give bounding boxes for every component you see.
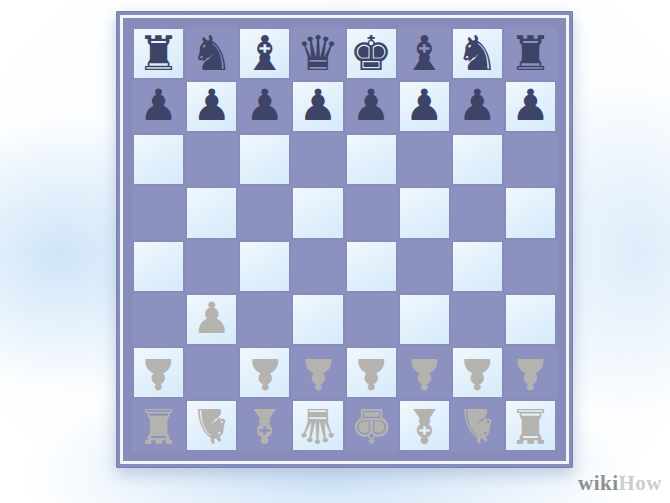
square-h1[interactable]: ♜ <box>504 399 557 452</box>
square-e6[interactable] <box>345 133 398 186</box>
piece-white-pawn: ♟ <box>139 352 178 395</box>
square-f1[interactable]: ♝ <box>398 399 451 452</box>
square-d6[interactable] <box>291 133 344 186</box>
square-e7[interactable]: ♟ <box>345 80 398 133</box>
square-h3[interactable] <box>504 293 557 346</box>
square-h5[interactable] <box>504 186 557 239</box>
square-g8[interactable]: ♞ <box>451 27 504 80</box>
piece-black-knight: ♞ <box>456 29 499 77</box>
square-g6[interactable] <box>451 133 504 186</box>
square-d5[interactable] <box>291 186 344 239</box>
piece-black-pawn: ♟ <box>299 84 338 127</box>
wikihow-watermark-wiki: wiki <box>578 471 619 495</box>
square-c5[interactable] <box>238 186 291 239</box>
piece-white-bishop: ♝ <box>243 402 286 450</box>
square-e4[interactable] <box>345 240 398 293</box>
square-a5[interactable] <box>132 186 185 239</box>
square-a4[interactable] <box>132 240 185 293</box>
square-b4[interactable] <box>185 240 238 293</box>
square-f8[interactable]: ♝ <box>398 27 451 80</box>
square-f4[interactable] <box>398 240 451 293</box>
square-d3[interactable] <box>291 293 344 346</box>
square-h4[interactable] <box>504 240 557 293</box>
piece-white-pawn: ♟ <box>511 352 550 395</box>
square-e5[interactable] <box>345 186 398 239</box>
square-a6[interactable] <box>132 133 185 186</box>
square-h7[interactable]: ♟ <box>504 80 557 133</box>
square-b3[interactable]: ♟ <box>185 293 238 346</box>
piece-black-bishop: ♝ <box>243 29 286 77</box>
piece-black-knight: ♞ <box>190 29 233 77</box>
square-b7[interactable]: ♟ <box>185 80 238 133</box>
chess-board: ♜♞♝♛♚♝♞♜♟♟♟♟♟♟♟♟♟♟♟♟♟♟♟♟♜♞♝♛♚♝♞♜ <box>116 11 573 468</box>
chess-board-grid: ♜♞♝♛♚♝♞♜♟♟♟♟♟♟♟♟♟♟♟♟♟♟♟♟♜♞♝♛♚♝♞♜ <box>132 27 557 452</box>
piece-black-pawn: ♟ <box>139 84 178 127</box>
square-e2[interactable]: ♟ <box>345 346 398 399</box>
piece-black-queen: ♛ <box>296 29 339 77</box>
piece-white-pawn: ♟ <box>246 352 285 395</box>
square-f2[interactable]: ♟ <box>398 346 451 399</box>
square-d7[interactable]: ♟ <box>291 80 344 133</box>
piece-black-bishop: ♝ <box>403 29 446 77</box>
wikihow-watermark: wikiHow <box>578 471 662 496</box>
square-c2[interactable]: ♟ <box>238 346 291 399</box>
square-d8[interactable]: ♛ <box>291 27 344 80</box>
square-a3[interactable] <box>132 293 185 346</box>
piece-black-pawn: ♟ <box>246 84 285 127</box>
square-g5[interactable] <box>451 186 504 239</box>
square-a2[interactable]: ♟ <box>132 346 185 399</box>
square-c6[interactable] <box>238 133 291 186</box>
piece-black-pawn: ♟ <box>192 84 231 127</box>
piece-white-pawn: ♟ <box>458 352 497 395</box>
square-e1[interactable]: ♚ <box>345 399 398 452</box>
square-a1[interactable]: ♜ <box>132 399 185 452</box>
square-b2[interactable] <box>185 346 238 399</box>
piece-white-bishop: ♝ <box>403 402 446 450</box>
piece-white-pawn: ♟ <box>299 352 338 395</box>
piece-white-rook: ♜ <box>509 402 552 450</box>
piece-black-pawn: ♟ <box>352 84 391 127</box>
piece-black-pawn: ♟ <box>458 84 497 127</box>
wikihow-watermark-how: How <box>619 471 663 495</box>
piece-white-knight: ♞ <box>456 402 499 450</box>
square-d1[interactable]: ♛ <box>291 399 344 452</box>
square-g4[interactable] <box>451 240 504 293</box>
square-h8[interactable]: ♜ <box>504 27 557 80</box>
square-g1[interactable]: ♞ <box>451 399 504 452</box>
square-b1[interactable]: ♞ <box>185 399 238 452</box>
piece-white-queen: ♛ <box>296 402 339 450</box>
piece-white-rook: ♜ <box>137 402 180 450</box>
piece-black-rook: ♜ <box>509 29 552 77</box>
square-c3[interactable] <box>238 293 291 346</box>
square-c7[interactable]: ♟ <box>238 80 291 133</box>
square-a8[interactable]: ♜ <box>132 27 185 80</box>
square-c4[interactable] <box>238 240 291 293</box>
piece-white-pawn: ♟ <box>192 297 231 340</box>
piece-black-rook: ♜ <box>137 29 180 77</box>
square-c1[interactable]: ♝ <box>238 399 291 452</box>
square-g7[interactable]: ♟ <box>451 80 504 133</box>
piece-white-pawn: ♟ <box>405 352 444 395</box>
square-g3[interactable] <box>451 293 504 346</box>
square-c8[interactable]: ♝ <box>238 27 291 80</box>
square-h6[interactable] <box>504 133 557 186</box>
square-d2[interactable]: ♟ <box>291 346 344 399</box>
square-e3[interactable] <box>345 293 398 346</box>
square-f3[interactable] <box>398 293 451 346</box>
square-d4[interactable] <box>291 240 344 293</box>
piece-black-king: ♚ <box>350 29 393 77</box>
square-b8[interactable]: ♞ <box>185 27 238 80</box>
square-a7[interactable]: ♟ <box>132 80 185 133</box>
piece-black-pawn: ♟ <box>511 84 550 127</box>
piece-white-king: ♚ <box>350 402 393 450</box>
square-b5[interactable] <box>185 186 238 239</box>
piece-white-knight: ♞ <box>190 402 233 450</box>
piece-black-pawn: ♟ <box>405 84 444 127</box>
square-f5[interactable] <box>398 186 451 239</box>
square-f6[interactable] <box>398 133 451 186</box>
square-h2[interactable]: ♟ <box>504 346 557 399</box>
square-g2[interactable]: ♟ <box>451 346 504 399</box>
square-f7[interactable]: ♟ <box>398 80 451 133</box>
square-b6[interactable] <box>185 133 238 186</box>
piece-white-pawn: ♟ <box>352 352 391 395</box>
square-e8[interactable]: ♚ <box>345 27 398 80</box>
